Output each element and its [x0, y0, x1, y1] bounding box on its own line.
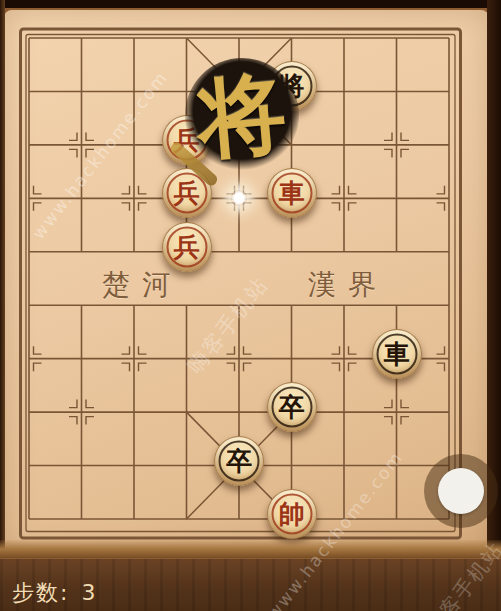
move-counter: 步数:3 — [12, 578, 97, 608]
white-circle-icon — [438, 468, 484, 514]
screen-top-edge — [0, 0, 501, 8]
move-counter-value: 3 — [81, 580, 97, 605]
piece-red-chariot[interactable]: 車 — [267, 168, 317, 218]
piece-character: 車 — [373, 330, 421, 378]
check-character: 将 — [180, 53, 304, 177]
river-label-left: 楚河 — [102, 266, 182, 304]
piece-character: 卒 — [268, 383, 316, 431]
xiangqi-puzzle-screen: 楚河 漢界 將兵兵車兵車卒卒帥 将 步数:3 www.hackhome.com嗨… — [0, 0, 501, 611]
piece-red-soldier-c[interactable]: 兵 — [162, 222, 212, 272]
board-bottom-bevel — [0, 540, 501, 560]
board-right-edge — [487, 0, 501, 611]
piece-red-general[interactable]: 帥 — [267, 489, 317, 539]
piece-black-soldier-a[interactable]: 卒 — [267, 382, 317, 432]
board-left-edge — [0, 0, 5, 611]
piece-character: 帥 — [268, 490, 316, 538]
piece-character: 卒 — [215, 437, 263, 485]
piece-black-chariot[interactable]: 車 — [372, 329, 422, 379]
piece-black-soldier-b[interactable]: 卒 — [214, 436, 264, 486]
piece-character: 兵 — [163, 223, 211, 271]
floating-assistive-button[interactable] — [424, 454, 498, 528]
move-counter-label: 步数: — [12, 580, 69, 605]
piece-character: 車 — [268, 169, 316, 217]
river-label-right: 漢界 — [308, 266, 388, 304]
check-announcement-overlay: 将 — [185, 58, 299, 172]
